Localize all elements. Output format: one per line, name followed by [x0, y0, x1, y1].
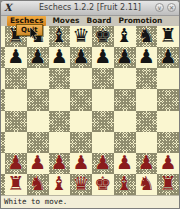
square-c5[interactable] [49, 89, 71, 110]
square-g5[interactable] [136, 89, 158, 110]
square-d2[interactable]: ♟ [70, 153, 92, 174]
menu-moves[interactable]: Moves [51, 16, 80, 26]
status-text: White to move. [4, 197, 67, 206]
square-b2[interactable]: ♟ [27, 153, 49, 174]
square-b1[interactable]: ♞ [27, 174, 49, 195]
window-title: Eschecs 1.2.2 [Fruit 2.11] [1, 1, 179, 15]
square-c4[interactable] [49, 111, 71, 132]
square-f4[interactable] [114, 111, 136, 132]
white-r-piece: ♜ [7, 174, 24, 193]
square-g4[interactable] [136, 111, 158, 132]
square-e2[interactable]: ♟ [92, 153, 114, 174]
square-c2[interactable]: ♟ [49, 153, 71, 174]
square-e8[interactable]: ♚ [92, 26, 114, 47]
square-f2[interactable]: ♟ [114, 153, 136, 174]
square-f7[interactable]: ♟ [114, 47, 136, 68]
square-g2[interactable]: ♟ [136, 153, 158, 174]
menu-promotion[interactable]: Promotion [117, 16, 163, 26]
white-k-piece: ♚ [94, 174, 111, 193]
white-p-piece: ♟ [73, 153, 90, 172]
white-b-piece: ♝ [51, 174, 68, 193]
menu-board[interactable]: Board [85, 16, 112, 26]
square-h8[interactable]: ♜ [157, 26, 179, 47]
black-n-piece: ♞ [138, 26, 155, 45]
square-c6[interactable] [49, 68, 71, 89]
white-p-piece: ♟ [7, 153, 24, 172]
square-d6[interactable] [70, 68, 92, 89]
black-p-piece: ♟ [94, 47, 111, 66]
square-b3[interactable] [27, 132, 49, 153]
square-g6[interactable] [136, 68, 158, 89]
square-c7[interactable]: ♟ [49, 47, 71, 68]
square-g8[interactable]: ♞ [136, 26, 158, 47]
square-e7[interactable]: ♟ [92, 47, 114, 68]
square-b4[interactable] [27, 111, 49, 132]
black-p-piece: ♟ [116, 47, 133, 66]
square-c3[interactable] [49, 132, 71, 153]
square-c8[interactable]: ♝ [49, 26, 71, 47]
black-b-piece: ♝ [116, 26, 133, 45]
square-e3[interactable] [92, 132, 114, 153]
black-p-piece: ♟ [7, 47, 24, 66]
white-p-piece: ♟ [160, 153, 177, 172]
black-p-piece: ♟ [51, 47, 68, 66]
square-h7[interactable]: ♟ [157, 47, 179, 68]
square-f1[interactable]: ♝ [114, 174, 136, 195]
black-k-piece: ♚ [94, 26, 111, 45]
black-p-piece: ♟ [29, 47, 46, 66]
square-h3[interactable] [157, 132, 179, 153]
white-q-piece: ♛ [73, 174, 90, 193]
square-f3[interactable] [114, 132, 136, 153]
square-h5[interactable] [157, 89, 179, 110]
square-d1[interactable]: ♛ [70, 174, 92, 195]
square-e4[interactable] [92, 111, 114, 132]
square-d3[interactable] [70, 132, 92, 153]
white-n-piece: ♞ [29, 174, 46, 193]
square-h1[interactable]: ♜ [157, 174, 179, 195]
square-g3[interactable] [136, 132, 158, 153]
square-f5[interactable] [114, 89, 136, 110]
square-a7[interactable]: ♟ [5, 47, 27, 68]
square-b7[interactable]: ♟ [27, 47, 49, 68]
white-p-piece: ♟ [51, 153, 68, 172]
white-p-piece: ♟ [29, 153, 46, 172]
white-n-piece: ♞ [138, 174, 155, 193]
square-d4[interactable] [70, 111, 92, 132]
white-r-piece: ♜ [160, 174, 177, 193]
black-p-piece: ♟ [138, 47, 155, 66]
square-h6[interactable] [157, 68, 179, 89]
white-p-piece: ♟ [94, 153, 111, 172]
square-e1[interactable]: ♚ [92, 174, 114, 195]
square-d8[interactable]: ♛ [70, 26, 92, 47]
white-p-piece: ♟ [116, 153, 133, 172]
status-bar: White to move. [1, 195, 179, 208]
square-g1[interactable]: ♞ [136, 174, 158, 195]
square-a4[interactable] [5, 111, 27, 132]
square-g7[interactable]: ♟ [136, 47, 158, 68]
white-p-piece: ♟ [138, 153, 155, 172]
black-b-piece: ♝ [51, 26, 68, 45]
square-h2[interactable]: ♟ [157, 153, 179, 174]
square-a1[interactable]: ♜ [5, 174, 27, 195]
square-h4[interactable] [157, 111, 179, 132]
square-a2[interactable]: ♟ [5, 153, 27, 174]
black-r-piece: ♜ [160, 26, 177, 45]
app-window: X Eschecs 1.2.2 [Fruit 2.11] ∨ ✕ Eschecs… [0, 0, 180, 209]
white-b-piece: ♝ [116, 174, 133, 193]
square-f8[interactable]: ♝ [114, 26, 136, 47]
title-bar[interactable]: X Eschecs 1.2.2 [Fruit 2.11] ∨ ✕ [1, 1, 179, 16]
mouse-cursor [30, 27, 40, 41]
close-button[interactable]: ✕ [167, 3, 176, 12]
square-d5[interactable] [70, 89, 92, 110]
black-p-piece: ♟ [73, 47, 90, 66]
square-a6[interactable] [5, 68, 27, 89]
black-q-piece: ♛ [73, 26, 90, 45]
square-e6[interactable] [92, 68, 114, 89]
square-a5[interactable] [5, 89, 27, 110]
square-d7[interactable]: ♟ [70, 47, 92, 68]
square-f6[interactable] [114, 68, 136, 89]
square-e5[interactable] [92, 89, 114, 110]
minimize-button[interactable]: ∨ [155, 3, 164, 12]
square-a3[interactable] [5, 132, 27, 153]
square-b6[interactable] [27, 68, 49, 89]
square-b5[interactable] [27, 89, 49, 110]
chess-board: ♜♞♝♛♚♝♞♜♟♟♟♟♟♟♟♟♟♟♟♟♟♟♟♟♜♞♝♛♚♝♞♜ [1, 26, 179, 195]
square-c1[interactable]: ♝ [49, 174, 71, 195]
black-p-piece: ♟ [160, 47, 177, 66]
